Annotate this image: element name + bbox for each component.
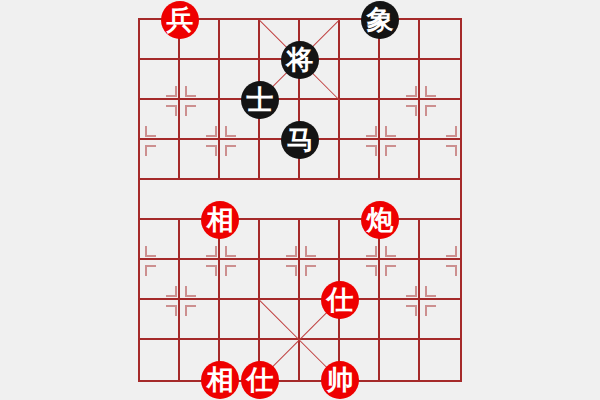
- board-cell: [380, 140, 420, 180]
- board-cell: [380, 340, 420, 380]
- board-cell: [300, 220, 340, 260]
- board-cell: [380, 300, 420, 340]
- board-cell: [220, 20, 260, 60]
- river-cell: [420, 180, 460, 220]
- piece-red-advisor-2[interactable]: 仕: [241, 361, 279, 399]
- board-cell: [180, 260, 220, 300]
- board-cell: [260, 260, 300, 300]
- board-cell: [180, 300, 220, 340]
- river-cell: [140, 180, 180, 220]
- board-cell: [380, 60, 420, 100]
- board-cell: [140, 60, 180, 100]
- board-cell: [220, 260, 260, 300]
- piece-black-general[interactable]: 将: [281, 41, 319, 79]
- piece-red-advisor-1[interactable]: 仕: [321, 281, 359, 319]
- board-cell: [220, 140, 260, 180]
- board-cell: [340, 60, 380, 100]
- board-cell: [180, 140, 220, 180]
- board-cell: [420, 60, 460, 100]
- board-cell: [420, 300, 460, 340]
- board-cell: [260, 220, 300, 260]
- board-cell: [140, 300, 180, 340]
- board-cell: [260, 300, 300, 340]
- river-cell: [300, 180, 340, 220]
- board-cell: [340, 100, 380, 140]
- board-cell: [420, 20, 460, 60]
- piece-red-general[interactable]: 帅: [321, 361, 359, 399]
- river-cell: [260, 180, 300, 220]
- board-cell: [180, 60, 220, 100]
- piece-black-advisor[interactable]: 士: [241, 81, 279, 119]
- board-cell: [140, 260, 180, 300]
- board-cell: [420, 140, 460, 180]
- board-cell: [380, 260, 420, 300]
- board-cell: [140, 140, 180, 180]
- board-cell: [420, 260, 460, 300]
- board-cell: [140, 340, 180, 380]
- board-cell: [420, 100, 460, 140]
- piece-red-elephant-2[interactable]: 相: [201, 361, 239, 399]
- board-cell: [140, 100, 180, 140]
- piece-black-elephant[interactable]: 象: [361, 1, 399, 39]
- board-cell: [220, 300, 260, 340]
- board-cell: [340, 140, 380, 180]
- piece-red-pawn[interactable]: 兵: [161, 1, 199, 39]
- board-cell: [180, 100, 220, 140]
- board-cell: [420, 220, 460, 260]
- xiangqi-app: 兵象将士马相炮仕相仕帅: [0, 0, 600, 400]
- board-cell: [380, 100, 420, 140]
- board-cell: [420, 340, 460, 380]
- piece-black-horse[interactable]: 马: [281, 121, 319, 159]
- board-cell: [140, 220, 180, 260]
- piece-red-cannon[interactable]: 炮: [361, 201, 399, 239]
- piece-red-elephant-1[interactable]: 相: [201, 201, 239, 239]
